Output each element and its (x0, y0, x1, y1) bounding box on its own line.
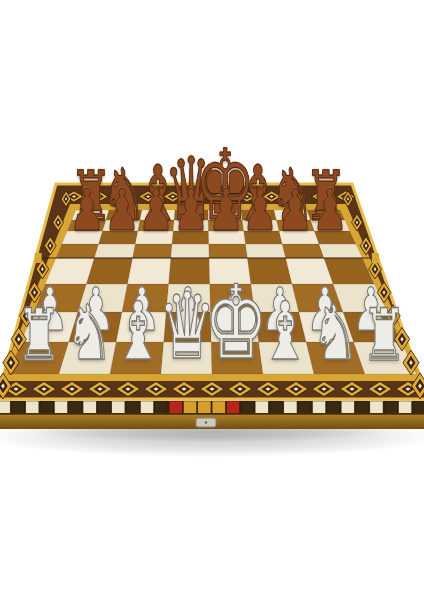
piece-white-rook-h1: ♜ (361, 299, 406, 371)
chess-set-photo: ♜♞♝♛♚♝♞♜♟♟♟♟♟♟♟♟♟♟♟♟♟♟♟♟♜♞♝♛♚♝♞♜ (0, 0, 424, 600)
piece-black-pawn-f7: ♟ (242, 182, 278, 240)
piece-black-pawn-d7: ♟ (173, 182, 209, 240)
piece-white-knight-g1: ♞ (311, 295, 359, 371)
piece-black-pawn-a7: ♟ (69, 182, 105, 240)
piece-black-pawn-b7: ♟ (104, 182, 140, 240)
piece-white-knight-b1: ♞ (65, 295, 113, 371)
piece-black-pawn-c7: ♟ (138, 182, 174, 240)
piece-black-pawn-g7: ♟ (277, 182, 313, 240)
piece-white-king-e1: ♚ (204, 272, 268, 374)
piece-black-pawn-h7: ♟ (312, 182, 348, 240)
pieces-layer: ♜♞♝♛♚♝♞♜♟♟♟♟♟♟♟♟♟♟♟♟♟♟♟♟♜♞♝♛♚♝♞♜ (0, 0, 424, 600)
piece-white-bishop-c1: ♝ (113, 291, 163, 371)
piece-white-bishop-f1: ♝ (260, 291, 310, 371)
piece-white-rook-a1: ♜ (17, 299, 62, 371)
piece-black-pawn-e7: ♟ (208, 182, 244, 240)
